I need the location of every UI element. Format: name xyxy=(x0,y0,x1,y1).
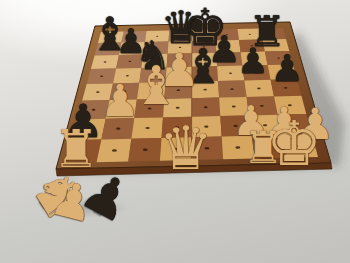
peg-hole xyxy=(272,33,274,34)
peg-hole xyxy=(92,109,96,111)
chess-board xyxy=(0,0,350,263)
peg-hole xyxy=(116,128,120,130)
peg-hole xyxy=(179,35,181,36)
peg-hole xyxy=(205,147,210,149)
peg-hole xyxy=(96,91,99,93)
chess-photo-scene: ♛♚♝♟♜♞♟♝♟♟♟♟♝♟♟♟♟♜♛♜♚♞♟♟ xyxy=(0,0,350,263)
peg-hole xyxy=(203,73,206,75)
peg-hole xyxy=(81,150,86,152)
peg-hole xyxy=(255,72,258,74)
peg-hole xyxy=(280,71,283,73)
peg-hole xyxy=(178,60,181,61)
peg-hole xyxy=(228,59,231,60)
peg-hole xyxy=(288,104,292,106)
peg-hole xyxy=(177,89,180,91)
peg-hole xyxy=(87,128,91,130)
peg-hole xyxy=(175,126,179,128)
peg-hole xyxy=(253,58,256,59)
peg-hole xyxy=(274,45,276,46)
peg-hole xyxy=(131,48,133,49)
peg-hole xyxy=(297,145,302,147)
peg-hole xyxy=(150,90,153,92)
peg-hole xyxy=(177,74,180,76)
peg-hole xyxy=(226,34,228,35)
peg-hole xyxy=(249,34,251,35)
peg-hole xyxy=(104,61,107,62)
peg-hole xyxy=(229,73,232,75)
peg-hole xyxy=(230,88,233,90)
peg-hole xyxy=(203,59,206,60)
peg-hole xyxy=(120,108,124,110)
peg-hole xyxy=(263,124,267,126)
peg-hole xyxy=(203,89,206,91)
peg-hole xyxy=(107,48,109,49)
peg-hole xyxy=(148,107,152,109)
peg-hole xyxy=(153,60,156,61)
peg-hole xyxy=(251,45,253,46)
peg-hole xyxy=(174,148,179,150)
peg-hole xyxy=(235,146,240,148)
peg-hole xyxy=(126,75,129,77)
peg-hole xyxy=(152,74,155,76)
peg-hole xyxy=(176,107,180,109)
peg-hole xyxy=(143,148,148,150)
peg-hole xyxy=(266,146,271,148)
peg-hole xyxy=(232,106,236,108)
peg-hole xyxy=(156,36,158,37)
peg-hole xyxy=(112,149,117,151)
peg-hole xyxy=(257,88,260,90)
peg-hole xyxy=(129,61,132,62)
peg-hole xyxy=(110,37,112,38)
peg-hole xyxy=(284,87,287,89)
peg-hole xyxy=(203,46,205,47)
peg-hole xyxy=(145,127,149,129)
peg-hole xyxy=(204,126,208,128)
peg-hole xyxy=(123,91,126,93)
peg-hole xyxy=(292,123,296,125)
peg-hole xyxy=(202,35,204,36)
peg-hole xyxy=(100,75,103,77)
peg-hole xyxy=(204,106,208,108)
peg-hole xyxy=(133,36,135,37)
peg-hole xyxy=(227,46,229,47)
peg-hole xyxy=(179,47,181,48)
peg-hole xyxy=(155,47,157,48)
peg-hole xyxy=(233,125,237,127)
peg-hole xyxy=(260,105,264,107)
peg-hole xyxy=(277,57,280,58)
board-fold-seam xyxy=(192,30,193,160)
